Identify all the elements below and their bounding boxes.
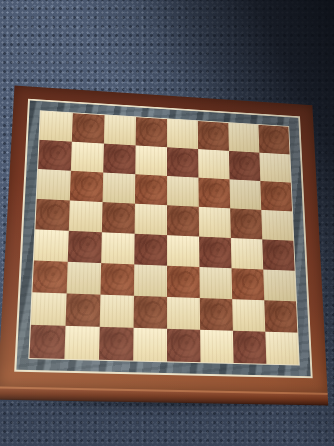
square-d7[interactable]: [135, 145, 167, 176]
square-a2[interactable]: [31, 292, 67, 326]
square-c5[interactable]: [102, 202, 135, 234]
board-grid: [29, 111, 298, 364]
square-d6[interactable]: [135, 174, 167, 205]
square-f4[interactable]: [199, 237, 231, 269]
square-h2[interactable]: [264, 300, 297, 332]
inlay-line-inner: [28, 110, 299, 365]
square-a8[interactable]: [39, 111, 72, 142]
square-f1[interactable]: [200, 330, 233, 363]
square-e6[interactable]: [167, 176, 199, 207]
square-e7[interactable]: [167, 147, 198, 177]
square-d1[interactable]: [133, 328, 167, 362]
screenshot-canvas: [0, 0, 334, 446]
board-frame: [0, 85, 328, 392]
square-b8[interactable]: [72, 113, 105, 143]
square-h7[interactable]: [259, 153, 290, 183]
square-a6[interactable]: [37, 169, 71, 200]
square-h3[interactable]: [263, 270, 296, 302]
square-c7[interactable]: [103, 144, 135, 175]
square-e5[interactable]: [167, 205, 199, 236]
square-c8[interactable]: [104, 115, 136, 145]
square-a5[interactable]: [35, 199, 69, 231]
square-g5[interactable]: [230, 208, 262, 239]
square-h5[interactable]: [261, 210, 293, 241]
square-g4[interactable]: [231, 238, 263, 270]
square-b3[interactable]: [67, 262, 102, 295]
square-d4[interactable]: [134, 234, 167, 266]
square-h6[interactable]: [260, 181, 292, 211]
square-a7[interactable]: [38, 140, 72, 171]
square-e2[interactable]: [167, 297, 200, 330]
square-e8[interactable]: [167, 119, 198, 149]
square-b1[interactable]: [64, 326, 99, 360]
square-c4[interactable]: [101, 232, 134, 264]
square-g8[interactable]: [228, 123, 259, 153]
inlay-line-outer: [14, 99, 312, 379]
square-g2[interactable]: [232, 299, 265, 332]
square-a3[interactable]: [32, 260, 67, 293]
square-b4[interactable]: [68, 231, 102, 263]
square-d3[interactable]: [134, 264, 167, 297]
chess-board: [0, 85, 328, 405]
square-b6[interactable]: [70, 171, 103, 202]
square-g3[interactable]: [231, 268, 264, 300]
square-c1[interactable]: [99, 327, 134, 361]
square-g6[interactable]: [230, 179, 262, 210]
square-g7[interactable]: [229, 151, 260, 181]
square-f5[interactable]: [199, 207, 231, 238]
square-f8[interactable]: [198, 121, 229, 151]
square-g1[interactable]: [233, 331, 266, 364]
square-b7[interactable]: [71, 142, 104, 173]
square-f7[interactable]: [198, 149, 229, 179]
marbled-inlay-border: [16, 100, 310, 376]
square-d2[interactable]: [134, 296, 167, 329]
square-f2[interactable]: [200, 298, 233, 331]
square-f3[interactable]: [199, 267, 232, 299]
square-e1[interactable]: [167, 329, 200, 362]
square-h8[interactable]: [258, 125, 289, 155]
square-b2[interactable]: [66, 293, 101, 326]
square-h4[interactable]: [262, 239, 294, 270]
square-d8[interactable]: [136, 117, 167, 147]
square-a4[interactable]: [34, 229, 69, 261]
square-c2[interactable]: [100, 295, 134, 328]
square-f6[interactable]: [198, 178, 230, 209]
square-b5[interactable]: [69, 200, 103, 232]
square-c6[interactable]: [103, 173, 136, 204]
square-c3[interactable]: [100, 263, 134, 296]
square-e3[interactable]: [167, 266, 200, 298]
square-e4[interactable]: [167, 235, 199, 267]
square-a1[interactable]: [29, 325, 65, 359]
square-h1[interactable]: [265, 332, 298, 365]
square-d5[interactable]: [135, 204, 167, 235]
